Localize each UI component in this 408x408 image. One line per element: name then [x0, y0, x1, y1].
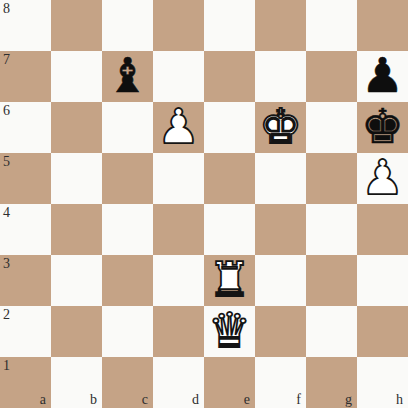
square-h4[interactable] [357, 204, 408, 255]
square-d1[interactable]: d [153, 357, 204, 408]
square-h7[interactable]: ♟ [357, 51, 408, 102]
square-b3[interactable] [51, 255, 102, 306]
rank-label-6: 6 [3, 102, 10, 119]
square-h1[interactable]: h [357, 357, 408, 408]
square-g1[interactable]: g [306, 357, 357, 408]
square-b6[interactable] [51, 102, 102, 153]
square-b5[interactable] [51, 153, 102, 204]
square-c4[interactable] [102, 204, 153, 255]
white-queen-piece[interactable]: ♛ [208, 305, 251, 356]
square-h2[interactable] [357, 306, 408, 357]
square-e6[interactable] [204, 102, 255, 153]
square-c2[interactable] [102, 306, 153, 357]
white-pawn-piece[interactable]: ♟ [157, 101, 200, 152]
square-c5[interactable] [102, 153, 153, 204]
rank-label-5: 5 [3, 153, 10, 170]
file-label-b: b [90, 392, 97, 408]
black-king-piece[interactable]: ♚ [361, 101, 404, 152]
rank-label-8: 8 [3, 0, 10, 17]
square-c1[interactable]: c [102, 357, 153, 408]
square-g3[interactable] [306, 255, 357, 306]
rank-label-4: 4 [3, 204, 10, 221]
square-e2[interactable]: ♛ [204, 306, 255, 357]
file-label-g: g [345, 392, 352, 408]
square-g8[interactable] [306, 0, 357, 51]
square-f5[interactable] [255, 153, 306, 204]
rank-label-1: 1 [3, 357, 10, 374]
square-f4[interactable] [255, 204, 306, 255]
square-f3[interactable] [255, 255, 306, 306]
square-b4[interactable] [51, 204, 102, 255]
square-b2[interactable] [51, 306, 102, 357]
square-g6[interactable] [306, 102, 357, 153]
square-a1[interactable]: 1a [0, 357, 51, 408]
rank-label-3: 3 [3, 255, 10, 272]
square-f2[interactable] [255, 306, 306, 357]
rank-label-7: 7 [3, 51, 10, 68]
square-a6[interactable]: 6 [0, 102, 51, 153]
file-label-d: d [192, 392, 199, 408]
square-e8[interactable] [204, 0, 255, 51]
square-c6[interactable] [102, 102, 153, 153]
file-label-f: f [296, 392, 301, 408]
black-bishop-piece[interactable]: ♝ [106, 50, 149, 101]
square-e4[interactable] [204, 204, 255, 255]
file-label-h: h [396, 392, 403, 408]
square-a7[interactable]: 7 [0, 51, 51, 102]
square-c7[interactable]: ♝ [102, 51, 153, 102]
square-e1[interactable]: e [204, 357, 255, 408]
square-d3[interactable] [153, 255, 204, 306]
square-g5[interactable] [306, 153, 357, 204]
square-e5[interactable] [204, 153, 255, 204]
square-a5[interactable]: 5 [0, 153, 51, 204]
square-b1[interactable]: b [51, 357, 102, 408]
square-h6[interactable]: ♚ [357, 102, 408, 153]
square-g4[interactable] [306, 204, 357, 255]
square-h8[interactable] [357, 0, 408, 51]
square-f1[interactable]: f [255, 357, 306, 408]
square-c3[interactable] [102, 255, 153, 306]
square-d4[interactable] [153, 204, 204, 255]
square-f7[interactable] [255, 51, 306, 102]
square-d5[interactable] [153, 153, 204, 204]
white-king-piece[interactable]: ♚ [259, 101, 302, 152]
square-a3[interactable]: 3 [0, 255, 51, 306]
file-label-e: e [244, 392, 250, 408]
square-a2[interactable]: 2 [0, 306, 51, 357]
square-c8[interactable] [102, 0, 153, 51]
file-label-c: c [142, 392, 148, 408]
chess-board: 87♝♟6♟♚♚5♟43♜2♛1abcdefgh [0, 0, 408, 408]
file-label-a: a [40, 392, 46, 408]
square-d6[interactable]: ♟ [153, 102, 204, 153]
square-d8[interactable] [153, 0, 204, 51]
square-h3[interactable] [357, 255, 408, 306]
white-rook-piece[interactable]: ♜ [208, 254, 251, 305]
square-b7[interactable] [51, 51, 102, 102]
square-a4[interactable]: 4 [0, 204, 51, 255]
square-b8[interactable] [51, 0, 102, 51]
square-a8[interactable]: 8 [0, 0, 51, 51]
square-g7[interactable] [306, 51, 357, 102]
square-g2[interactable] [306, 306, 357, 357]
square-d7[interactable] [153, 51, 204, 102]
black-pawn-piece[interactable]: ♟ [361, 50, 404, 101]
square-d2[interactable] [153, 306, 204, 357]
white-pawn-piece[interactable]: ♟ [361, 152, 404, 203]
rank-label-2: 2 [3, 306, 10, 323]
square-f8[interactable] [255, 0, 306, 51]
square-e7[interactable] [204, 51, 255, 102]
square-e3[interactable]: ♜ [204, 255, 255, 306]
square-h5[interactable]: ♟ [357, 153, 408, 204]
square-f6[interactable]: ♚ [255, 102, 306, 153]
